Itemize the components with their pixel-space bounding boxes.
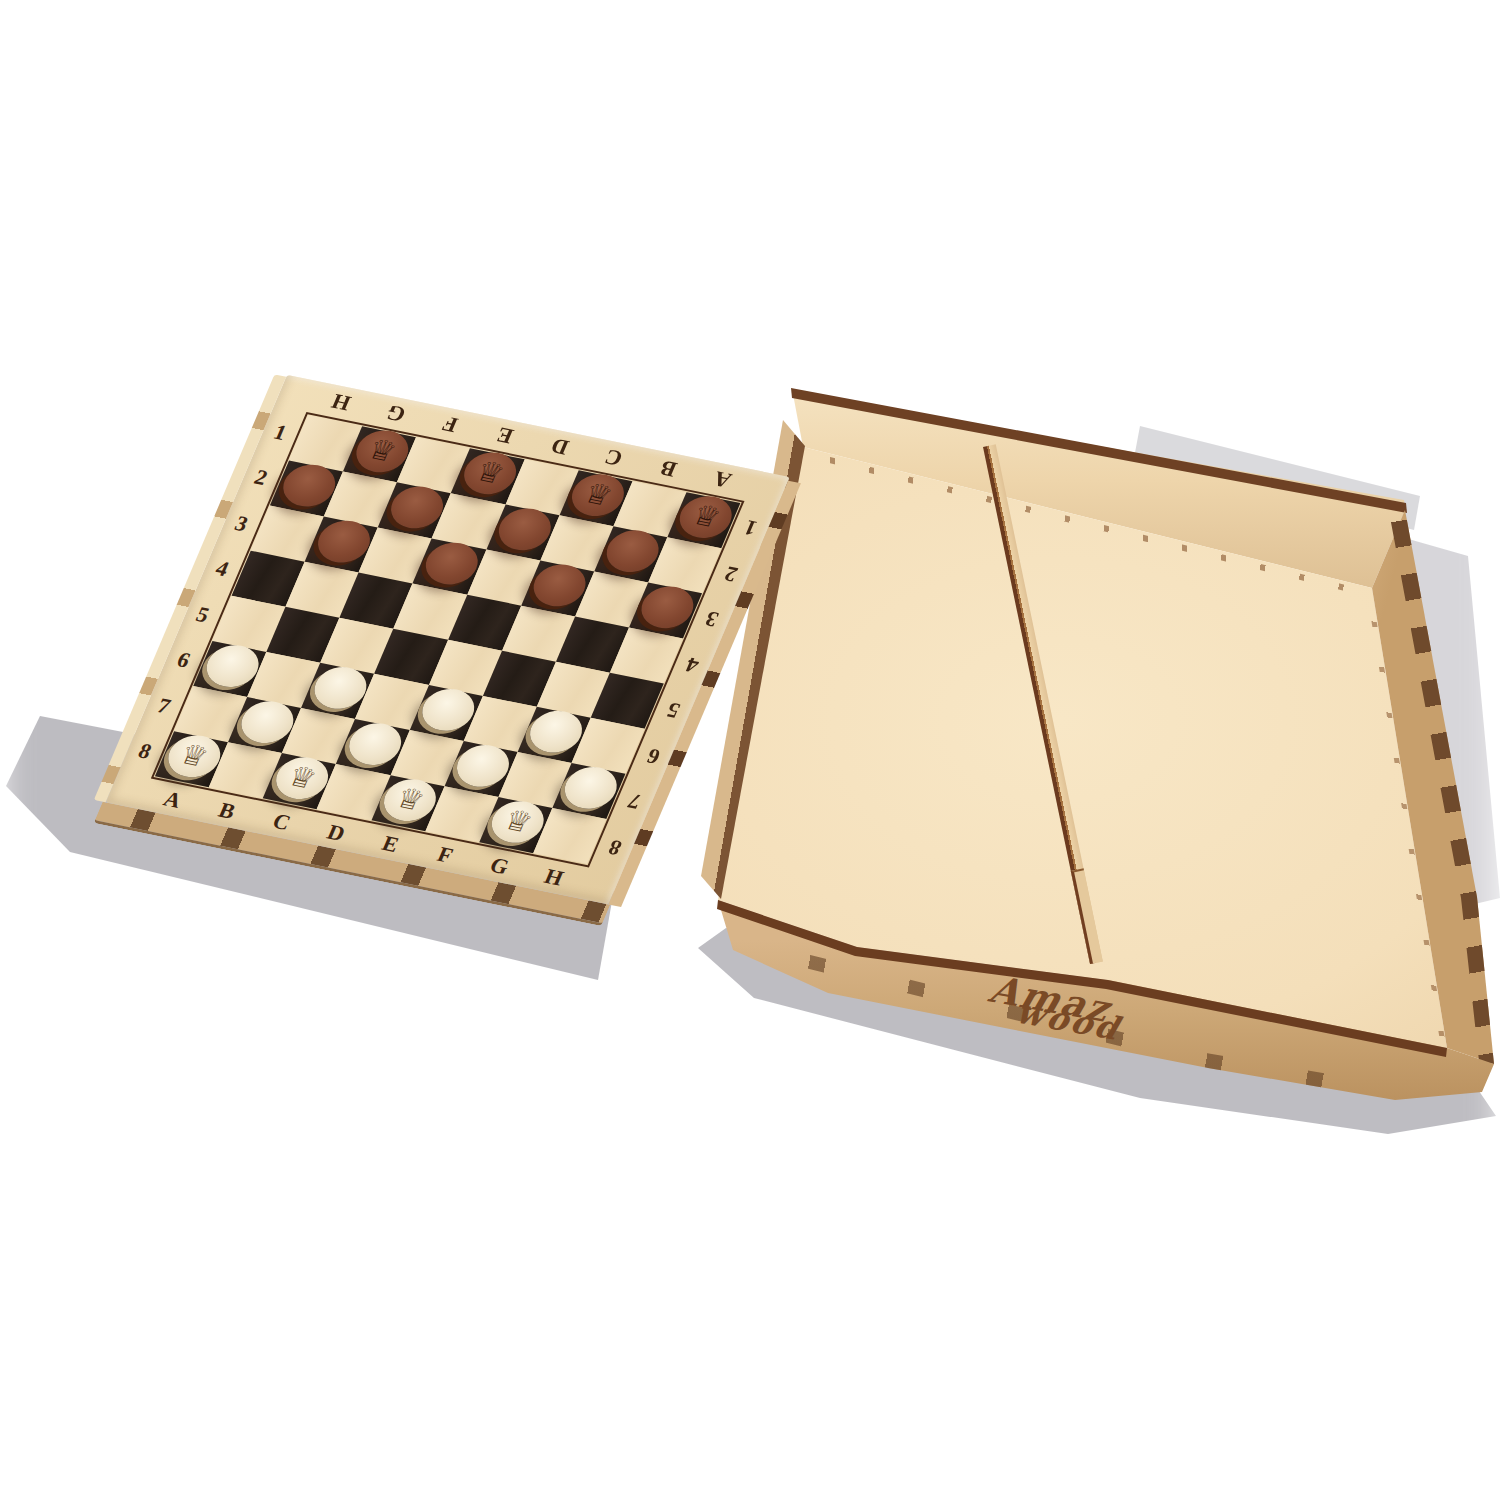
- checkers-board: HGFEDCBA ABCDEFGH 12345678 12345678 ♕♕♕♕…: [106, 375, 790, 904]
- crown-engraving-icon: ♕: [580, 479, 617, 511]
- box-compartment-divider: [983, 444, 1103, 964]
- crown-engraving-icon: ♕: [176, 740, 213, 772]
- crown-engraving-icon: ♕: [688, 501, 725, 533]
- crown-engraving-icon: ♕: [500, 806, 537, 838]
- crown-engraving-icon: ♕: [472, 457, 509, 489]
- box-divider-end-cap: [1071, 868, 1103, 964]
- crown-engraving-icon: ♕: [364, 435, 401, 467]
- product-photo-checkers-set: Amaz wood HGFEDCBA ABCDEFGH 12345678 123…: [0, 0, 1500, 1500]
- crown-engraving-icon: ♕: [284, 762, 321, 794]
- brand-logo: Amaz wood: [973, 974, 1192, 1086]
- crown-engraving-icon: ♕: [392, 784, 429, 816]
